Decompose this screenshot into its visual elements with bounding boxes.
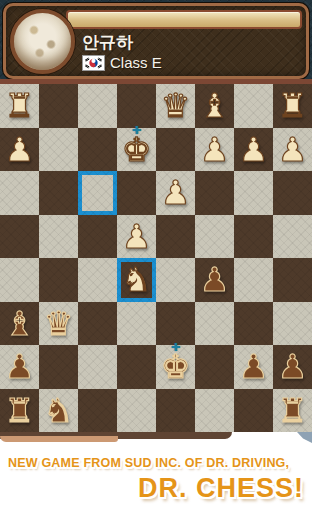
- white-pawn: ♟: [234, 128, 273, 172]
- white-pawn: ♟: [0, 128, 39, 172]
- square-e2[interactable]: ♚✚: [117, 128, 156, 172]
- square-h6[interactable]: ♝: [0, 302, 39, 346]
- black-pawn: ♟: [0, 345, 39, 389]
- square-e7[interactable]: [117, 345, 156, 389]
- square-c2[interactable]: ♟: [195, 128, 234, 172]
- square-a4[interactable]: [273, 215, 312, 259]
- square-g6[interactable]: ♛: [39, 302, 78, 346]
- square-f3[interactable]: [78, 171, 117, 215]
- white-queen: ♛: [156, 84, 195, 128]
- square-d5[interactable]: [156, 258, 195, 302]
- black-pawn: ♟: [195, 258, 234, 302]
- square-d2[interactable]: [156, 128, 195, 172]
- ad-banner[interactable]: NEW GAME FROM SUD INC. OF DR. DRIVING, D…: [0, 432, 312, 512]
- square-c4[interactable]: [195, 215, 234, 259]
- square-g1[interactable]: [39, 84, 78, 128]
- square-c1[interactable]: ♝: [195, 84, 234, 128]
- square-a8[interactable]: ♜: [273, 389, 312, 433]
- square-g2[interactable]: [39, 128, 78, 172]
- square-e6[interactable]: [117, 302, 156, 346]
- square-h7[interactable]: ♟: [0, 345, 39, 389]
- square-d7[interactable]: ♚✚: [156, 345, 195, 389]
- square-f5[interactable]: [78, 258, 117, 302]
- player-progress-bar: [66, 10, 302, 29]
- square-d4[interactable]: [156, 215, 195, 259]
- black-knight: ♞: [39, 389, 78, 433]
- square-c8[interactable]: [195, 389, 234, 433]
- square-f1[interactable]: [78, 84, 117, 128]
- white-knight: ♞: [117, 258, 156, 302]
- square-f8[interactable]: [78, 389, 117, 433]
- square-a3[interactable]: [273, 171, 312, 215]
- square-h4[interactable]: [0, 215, 39, 259]
- white-bishop: ♝: [195, 84, 234, 128]
- square-g4[interactable]: [39, 215, 78, 259]
- white-pawn: ♟: [195, 128, 234, 172]
- square-b2[interactable]: ♟: [234, 128, 273, 172]
- square-b4[interactable]: [234, 215, 273, 259]
- player-class-label: Class E: [110, 54, 162, 71]
- square-c5[interactable]: ♟: [195, 258, 234, 302]
- square-a1[interactable]: ♜: [273, 84, 312, 128]
- square-b7[interactable]: ♟: [234, 345, 273, 389]
- player-class-row: Class E: [82, 54, 162, 71]
- square-b5[interactable]: [234, 258, 273, 302]
- white-rook: ♜: [0, 84, 39, 128]
- square-d6[interactable]: [156, 302, 195, 346]
- king-cross-icon: ✚: [156, 342, 195, 353]
- square-e3[interactable]: [117, 171, 156, 215]
- square-c6[interactable]: [195, 302, 234, 346]
- square-e8[interactable]: [117, 389, 156, 433]
- square-d3[interactable]: ♟: [156, 171, 195, 215]
- square-b8[interactable]: [234, 389, 273, 433]
- square-f7[interactable]: [78, 345, 117, 389]
- black-bishop: ♝: [0, 302, 39, 346]
- square-b6[interactable]: [234, 302, 273, 346]
- black-rook: ♜: [0, 389, 39, 433]
- square-g3[interactable]: [39, 171, 78, 215]
- chess-board: ♜♛♝♜♟♚✚♟♟♟♟♟♞♟♝♛♟♚✚♟♟♜♞♜: [0, 84, 312, 432]
- square-a6[interactable]: [273, 302, 312, 346]
- ad-text-line1: NEW GAME FROM SUD INC. OF DR. DRIVING,: [8, 456, 289, 470]
- black-queen: ♛: [39, 302, 78, 346]
- background-sliver: [297, 432, 312, 443]
- player-name: 안규하: [82, 31, 133, 54]
- square-f4[interactable]: [78, 215, 117, 259]
- square-b3[interactable]: [234, 171, 273, 215]
- square-h5[interactable]: [0, 258, 39, 302]
- square-f2[interactable]: [78, 128, 117, 172]
- square-e5[interactable]: ♞: [117, 258, 156, 302]
- square-g7[interactable]: [39, 345, 78, 389]
- white-rook: ♜: [273, 84, 312, 128]
- square-a5[interactable]: [273, 258, 312, 302]
- page-curl-tan: [0, 436, 118, 442]
- square-g5[interactable]: [39, 258, 78, 302]
- white-pawn: ♟: [156, 171, 195, 215]
- ad-text-line2: DR. CHESS!: [138, 473, 304, 504]
- square-a2[interactable]: ♟: [273, 128, 312, 172]
- square-e4[interactable]: ♟: [117, 215, 156, 259]
- app-screen: 안규하 Class E ♜♛♝♜♟♚✚♟♟♟♟♟♞♟♝♛♟♚✚♟♟♜♞♜ NEW…: [0, 0, 312, 512]
- south-korea-flag-icon: [82, 55, 105, 71]
- square-c3[interactable]: [195, 171, 234, 215]
- square-h8[interactable]: ♜: [0, 389, 39, 433]
- player-panel: 안규하 Class E: [3, 3, 309, 79]
- square-c7[interactable]: [195, 345, 234, 389]
- square-g8[interactable]: ♞: [39, 389, 78, 433]
- square-d1[interactable]: ♛: [156, 84, 195, 128]
- white-pawn: ♟: [273, 128, 312, 172]
- square-h1[interactable]: ♜: [0, 84, 39, 128]
- square-a7[interactable]: ♟: [273, 345, 312, 389]
- square-h2[interactable]: ♟: [0, 128, 39, 172]
- square-b1[interactable]: [234, 84, 273, 128]
- black-rook: ♜: [273, 389, 312, 433]
- black-pawn: ♟: [273, 345, 312, 389]
- square-e1[interactable]: [117, 84, 156, 128]
- white-pawn: ♟: [117, 215, 156, 259]
- player-avatar[interactable]: [10, 9, 75, 74]
- king-cross-icon: ✚: [117, 125, 156, 136]
- square-h3[interactable]: [0, 171, 39, 215]
- square-d8[interactable]: [156, 389, 195, 433]
- square-f6[interactable]: [78, 302, 117, 346]
- black-pawn: ♟: [234, 345, 273, 389]
